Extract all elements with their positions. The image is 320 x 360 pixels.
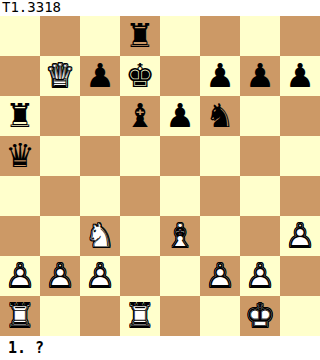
black-bishop-icon: ♝	[120, 96, 160, 136]
black-bishop-piece: ♝	[120, 96, 160, 136]
square-a3[interactable]	[0, 216, 40, 256]
white-rook-piece: ♜♖	[120, 296, 160, 336]
square-c5[interactable]	[80, 136, 120, 176]
chess-puzzle-page: T1.3318 ♜♛♕♟♚♟♟♟♜♝♟♞♛♞♘♝♗♟♙♟♙♟♙♟♙♟♙♟♙♜♖♜…	[0, 0, 320, 360]
square-e4[interactable]	[160, 176, 200, 216]
chess-board: ♜♛♕♟♚♟♟♟♜♝♟♞♛♞♘♝♗♟♙♟♙♟♙♟♙♟♙♟♙♜♖♜♖♚♔	[0, 16, 320, 336]
square-h6[interactable]	[280, 96, 320, 136]
square-a8[interactable]	[0, 16, 40, 56]
square-h1[interactable]	[280, 296, 320, 336]
white-pawn-icon: ♙	[80, 256, 120, 296]
square-g4[interactable]	[240, 176, 280, 216]
square-f5[interactable]	[200, 136, 240, 176]
square-e5[interactable]	[160, 136, 200, 176]
square-a6[interactable]: ♜	[0, 96, 40, 136]
black-pawn-piece: ♟	[80, 56, 120, 96]
black-pawn-piece: ♟	[280, 56, 320, 96]
square-a4[interactable]	[0, 176, 40, 216]
black-rook-piece: ♜	[0, 96, 40, 136]
square-g7[interactable]: ♟	[240, 56, 280, 96]
white-knight-piece: ♞♘	[80, 216, 120, 256]
square-d3[interactable]	[120, 216, 160, 256]
white-pawn-piece: ♟♙	[0, 256, 40, 296]
square-e1[interactable]	[160, 296, 200, 336]
black-rook-icon: ♜	[120, 16, 160, 56]
white-pawn-piece: ♟♙	[40, 256, 80, 296]
square-f8[interactable]	[200, 16, 240, 56]
square-b7[interactable]: ♛♕	[40, 56, 80, 96]
square-c4[interactable]	[80, 176, 120, 216]
black-pawn-icon: ♟	[280, 56, 320, 96]
square-e3[interactable]: ♝♗	[160, 216, 200, 256]
square-d4[interactable]	[120, 176, 160, 216]
white-pawn-piece: ♟♙	[80, 256, 120, 296]
black-queen-icon: ♛	[0, 136, 40, 176]
black-king-piece: ♚	[120, 56, 160, 96]
square-f1[interactable]	[200, 296, 240, 336]
square-c6[interactable]	[80, 96, 120, 136]
black-knight-piece: ♞	[200, 96, 240, 136]
white-pawn-icon: ♙	[200, 256, 240, 296]
black-rook-piece: ♜	[120, 16, 160, 56]
black-queen-piece: ♛	[0, 136, 40, 176]
square-a1[interactable]: ♜♖	[0, 296, 40, 336]
black-pawn-piece: ♟	[200, 56, 240, 96]
square-e7[interactable]	[160, 56, 200, 96]
white-rook-piece: ♜♖	[0, 296, 40, 336]
black-rook-icon: ♜	[0, 96, 40, 136]
square-b3[interactable]	[40, 216, 80, 256]
black-pawn-icon: ♟	[80, 56, 120, 96]
white-king-icon: ♔	[240, 296, 280, 336]
square-g5[interactable]	[240, 136, 280, 176]
white-pawn-icon: ♙	[40, 256, 80, 296]
square-g1[interactable]: ♚♔	[240, 296, 280, 336]
square-f6[interactable]: ♞	[200, 96, 240, 136]
square-b4[interactable]	[40, 176, 80, 216]
white-pawn-icon: ♙	[0, 256, 40, 296]
white-bishop-icon: ♗	[160, 216, 200, 256]
white-knight-icon: ♘	[80, 216, 120, 256]
square-b8[interactable]	[40, 16, 80, 56]
square-g6[interactable]	[240, 96, 280, 136]
white-queen-icon: ♕	[40, 56, 80, 96]
white-rook-icon: ♖	[0, 296, 40, 336]
puzzle-id: T1.3318	[0, 0, 320, 16]
square-c7[interactable]: ♟	[80, 56, 120, 96]
square-f3[interactable]	[200, 216, 240, 256]
square-d8[interactable]: ♜	[120, 16, 160, 56]
square-d1[interactable]: ♜♖	[120, 296, 160, 336]
square-h3[interactable]: ♟♙	[280, 216, 320, 256]
square-e8[interactable]	[160, 16, 200, 56]
square-a7[interactable]	[0, 56, 40, 96]
square-c3[interactable]: ♞♘	[80, 216, 120, 256]
black-pawn-piece: ♟	[160, 96, 200, 136]
square-d2[interactable]	[120, 256, 160, 296]
white-bishop-piece: ♝♗	[160, 216, 200, 256]
white-pawn-piece: ♟♙	[200, 256, 240, 296]
square-e6[interactable]: ♟	[160, 96, 200, 136]
square-c1[interactable]	[80, 296, 120, 336]
square-b2[interactable]: ♟♙	[40, 256, 80, 296]
square-d7[interactable]: ♚	[120, 56, 160, 96]
square-c2[interactable]: ♟♙	[80, 256, 120, 296]
square-f2[interactable]: ♟♙	[200, 256, 240, 296]
white-pawn-icon: ♙	[240, 256, 280, 296]
black-pawn-icon: ♟	[240, 56, 280, 96]
white-rook-icon: ♖	[120, 296, 160, 336]
white-pawn-piece: ♟♙	[280, 216, 320, 256]
square-g8[interactable]	[240, 16, 280, 56]
white-pawn-icon: ♙	[280, 216, 320, 256]
square-g2[interactable]: ♟♙	[240, 256, 280, 296]
black-pawn-icon: ♟	[200, 56, 240, 96]
move-prompt: 1. ?	[0, 336, 320, 360]
square-h4[interactable]	[280, 176, 320, 216]
black-king-icon: ♚	[120, 56, 160, 96]
square-a5[interactable]: ♛	[0, 136, 40, 176]
square-f7[interactable]: ♟	[200, 56, 240, 96]
square-c8[interactable]	[80, 16, 120, 56]
square-h2[interactable]	[280, 256, 320, 296]
white-king-piece: ♚♔	[240, 296, 280, 336]
square-e2[interactable]	[160, 256, 200, 296]
white-queen-piece: ♛♕	[40, 56, 80, 96]
square-d5[interactable]	[120, 136, 160, 176]
black-pawn-piece: ♟	[240, 56, 280, 96]
black-knight-icon: ♞	[200, 96, 240, 136]
square-a2[interactable]: ♟♙	[0, 256, 40, 296]
square-f4[interactable]	[200, 176, 240, 216]
square-b6[interactable]	[40, 96, 80, 136]
square-d6[interactable]: ♝	[120, 96, 160, 136]
white-pawn-piece: ♟♙	[240, 256, 280, 296]
square-b5[interactable]	[40, 136, 80, 176]
square-h7[interactable]: ♟	[280, 56, 320, 96]
square-h5[interactable]	[280, 136, 320, 176]
square-b1[interactable]	[40, 296, 80, 336]
square-g3[interactable]	[240, 216, 280, 256]
square-h8[interactable]	[280, 16, 320, 56]
black-pawn-icon: ♟	[160, 96, 200, 136]
